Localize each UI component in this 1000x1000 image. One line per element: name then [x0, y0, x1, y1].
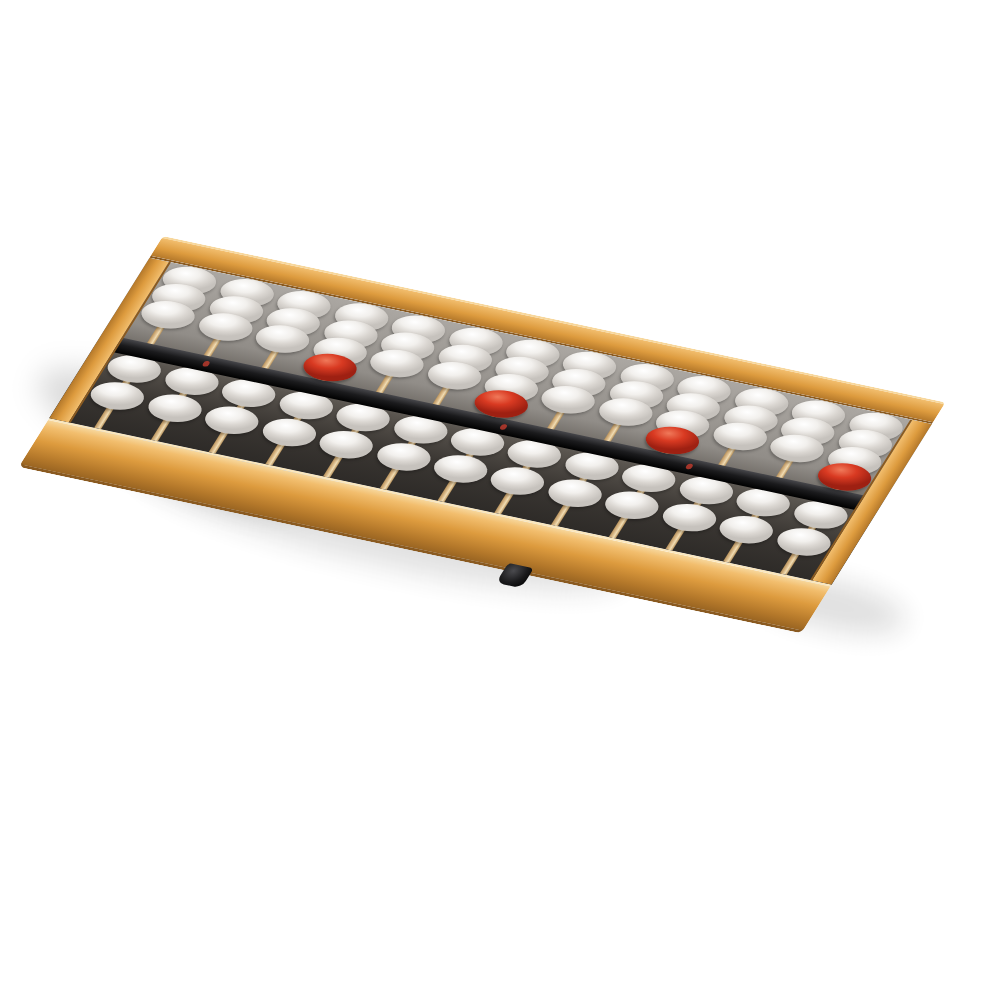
earth-bead-r8-2[interactable] — [484, 463, 551, 499]
beam-unit-dot-3 — [685, 463, 694, 470]
earth-bead-r4-2[interactable] — [256, 414, 323, 450]
beam-unit-dot-1 — [202, 360, 211, 367]
earth-bead-r9-2[interactable] — [542, 475, 609, 511]
photo-stage — [0, 0, 1000, 1000]
earth-bead-r7-2[interactable] — [427, 451, 494, 487]
earth-bead-r2-2[interactable] — [141, 390, 208, 426]
earth-bead-r10-2[interactable] — [599, 487, 666, 523]
earth-bead-r3-2[interactable] — [199, 402, 266, 438]
earth-bead-r12-2[interactable] — [713, 512, 780, 548]
beam-unit-dot-2 — [499, 424, 508, 431]
earth-bead-r5-2[interactable] — [313, 427, 380, 463]
earth-bead-r6-2[interactable] — [370, 439, 437, 475]
earth-bead-r11-2[interactable] — [656, 500, 723, 536]
